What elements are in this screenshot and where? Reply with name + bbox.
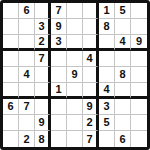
cell-r1c8: 5 [115, 3, 131, 19]
cell-r2c7: 8 [99, 19, 115, 35]
cell-r9c5[interactable] [67, 131, 83, 147]
cell-r3c2[interactable] [19, 35, 35, 51]
cell-r7c9[interactable] [131, 99, 147, 115]
cell-r1c1[interactable] [3, 3, 19, 19]
cell-r9c2: 2 [19, 131, 35, 147]
cell-r9c3: 8 [35, 131, 51, 147]
cell-r2c3: 3 [35, 19, 51, 35]
cell-r6c8[interactable] [115, 83, 131, 99]
cell-r3c9: 9 [131, 35, 147, 51]
cell-r5c3[interactable] [35, 67, 51, 83]
cell-r3c1[interactable] [3, 35, 19, 51]
cell-r9c7[interactable] [99, 131, 115, 147]
cell-r9c1[interactable] [3, 131, 19, 147]
cell-r1c5[interactable] [67, 3, 83, 19]
cell-r7c8[interactable] [115, 99, 131, 115]
cell-r5c6[interactable] [83, 67, 99, 83]
cell-r2c9[interactable] [131, 19, 147, 35]
cell-r8c6: 2 [83, 115, 99, 131]
cell-r8c4[interactable] [51, 115, 67, 131]
cell-r4c3: 7 [35, 51, 51, 67]
cell-r2c5[interactable] [67, 19, 83, 35]
cell-r3c6[interactable] [83, 35, 99, 51]
cell-r7c1: 6 [3, 99, 19, 115]
cell-r9c8: 6 [115, 131, 131, 147]
cell-r7c4[interactable] [51, 99, 67, 115]
cell-r9c4[interactable] [51, 131, 67, 147]
cell-r8c5[interactable] [67, 115, 83, 131]
cell-r5c5: 9 [67, 67, 83, 83]
cell-r6c2[interactable] [19, 83, 35, 99]
cell-r6c3[interactable] [35, 83, 51, 99]
cell-r8c1[interactable] [3, 115, 19, 131]
cell-r6c5[interactable] [67, 83, 83, 99]
cell-r3c3: 2 [35, 35, 51, 51]
cell-r4c9[interactable] [131, 51, 147, 67]
cell-r5c9[interactable] [131, 67, 147, 83]
cell-r1c9[interactable] [131, 3, 147, 19]
cell-r2c1[interactable] [3, 19, 19, 35]
cell-r2c2[interactable] [19, 19, 35, 35]
cell-r6c4: 1 [51, 83, 67, 99]
cell-r1c3[interactable] [35, 3, 51, 19]
cell-r6c9[interactable] [131, 83, 147, 99]
cell-r4c2[interactable] [19, 51, 35, 67]
cell-r6c7: 4 [99, 83, 115, 99]
cell-r9c9[interactable] [131, 131, 147, 147]
cell-r5c1[interactable] [3, 67, 19, 83]
cell-r1c7: 1 [99, 3, 115, 19]
cell-r1c4: 7 [51, 3, 67, 19]
cell-r7c5[interactable] [67, 99, 83, 115]
cell-r7c3[interactable] [35, 99, 51, 115]
cell-r7c2: 7 [19, 99, 35, 115]
cell-r8c7: 5 [99, 115, 115, 131]
cell-r5c8: 8 [115, 67, 131, 83]
cell-r3c4: 3 [51, 35, 67, 51]
cell-r8c8[interactable] [115, 115, 131, 131]
cell-r4c4[interactable] [51, 51, 67, 67]
cell-r6c6[interactable] [83, 83, 99, 99]
cell-r8c9[interactable] [131, 115, 147, 131]
cell-r5c7[interactable] [99, 67, 115, 83]
cell-r2c8[interactable] [115, 19, 131, 35]
cell-r4c6: 4 [83, 51, 99, 67]
cell-r1c2: 6 [19, 3, 35, 19]
cell-r2c4: 9 [51, 19, 67, 35]
cell-r4c1[interactable] [3, 51, 19, 67]
cell-r6c1[interactable] [3, 83, 19, 99]
cell-r7c6: 9 [83, 99, 99, 115]
cell-r3c5[interactable] [67, 35, 83, 51]
cell-r8c3: 9 [35, 115, 51, 131]
cell-r3c7[interactable] [99, 35, 115, 51]
cell-r5c2: 4 [19, 67, 35, 83]
cell-r4c5[interactable] [67, 51, 83, 67]
cell-r8c2[interactable] [19, 115, 35, 131]
cell-r2c6[interactable] [83, 19, 99, 35]
cell-r3c8: 4 [115, 35, 131, 51]
cell-r1c6[interactable] [83, 3, 99, 19]
cell-r9c6: 7 [83, 131, 99, 147]
sudoku-board: 67153982349744981467939252876 [0, 0, 150, 150]
cell-r4c7[interactable] [99, 51, 115, 67]
cell-r7c7: 3 [99, 99, 115, 115]
cell-r4c8[interactable] [115, 51, 131, 67]
cell-r5c4[interactable] [51, 67, 67, 83]
